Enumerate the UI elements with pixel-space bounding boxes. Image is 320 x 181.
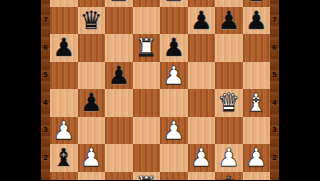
rank-label-2: 2	[41, 144, 50, 172]
square-c3[interactable]	[105, 117, 133, 145]
rank-label-7: 7	[41, 7, 50, 35]
piece-white-queen-g4[interactable]: ♛	[218, 89, 240, 117]
piece-white-pawn-f2[interactable]: ♟	[190, 144, 212, 172]
board-squares: ♜♜♚♛♟♟♟♟♜♟♟♟♟♛♝♟♟♝♟♟♟♟♜♚	[50, 0, 270, 180]
square-f3[interactable]	[188, 117, 216, 145]
square-d3[interactable]	[133, 117, 161, 145]
square-a4[interactable]	[50, 89, 78, 117]
piece-white-pawn-g2[interactable]: ♟	[218, 144, 240, 172]
square-b7[interactable]: ♛	[78, 7, 106, 35]
square-h7[interactable]: ♟	[243, 7, 271, 35]
square-a7[interactable]	[50, 7, 78, 35]
piece-white-pawn-a3[interactable]: ♟	[53, 117, 75, 145]
rank-label-6: 6	[41, 34, 50, 62]
square-d6[interactable]: ♜	[133, 34, 161, 62]
piece-white-king-g1[interactable]: ♚	[218, 172, 240, 181]
rank-label-7: 7	[270, 7, 279, 35]
square-g5[interactable]	[215, 62, 243, 90]
piece-black-pawn-h7[interactable]: ♟	[245, 7, 267, 35]
square-g2[interactable]: ♟	[215, 144, 243, 172]
square-c7[interactable]	[105, 7, 133, 35]
square-c1[interactable]	[105, 172, 133, 181]
square-h5[interactable]	[243, 62, 271, 90]
square-g6[interactable]	[215, 34, 243, 62]
square-e7[interactable]	[160, 7, 188, 35]
square-a2[interactable]: ♝	[50, 144, 78, 172]
piece-black-pawn-b4[interactable]: ♟	[80, 89, 102, 117]
square-c2[interactable]	[105, 144, 133, 172]
piece-white-rook-d6[interactable]: ♜	[135, 34, 157, 62]
square-d1[interactable]: ♜	[133, 172, 161, 181]
chess-board: 87654321 ♜♜♚♛♟♟♟♟♜♟♟♟♟♛♝♟♟♝♟♟♟♟♜♚ 876543…	[41, 0, 279, 180]
square-g3[interactable]	[215, 117, 243, 145]
square-a6[interactable]: ♟	[50, 34, 78, 62]
square-f5[interactable]	[188, 62, 216, 90]
square-b2[interactable]: ♟	[78, 144, 106, 172]
rank-label-5: 5	[41, 62, 50, 90]
square-f4[interactable]	[188, 89, 216, 117]
piece-black-pawn-f7[interactable]: ♟	[190, 7, 212, 35]
square-e2[interactable]	[160, 144, 188, 172]
square-f6[interactable]	[188, 34, 216, 62]
piece-black-pawn-e6[interactable]: ♟	[163, 34, 185, 62]
square-g1[interactable]: ♚	[215, 172, 243, 181]
piece-white-pawn-e5[interactable]: ♟	[163, 62, 185, 90]
square-f7[interactable]: ♟	[188, 7, 216, 35]
piece-black-queen-b7[interactable]: ♛	[80, 7, 102, 35]
piece-black-bishop-a2[interactable]: ♝	[53, 144, 75, 172]
square-h2[interactable]: ♟	[243, 144, 271, 172]
square-c6[interactable]	[105, 34, 133, 62]
square-b4[interactable]: ♟	[78, 89, 106, 117]
square-g7[interactable]: ♟	[215, 7, 243, 35]
square-e6[interactable]: ♟	[160, 34, 188, 62]
rank-label-3: 3	[41, 117, 50, 145]
square-a1[interactable]	[50, 172, 78, 181]
square-e3[interactable]: ♟	[160, 117, 188, 145]
square-c4[interactable]	[105, 89, 133, 117]
square-a5[interactable]	[50, 62, 78, 90]
square-b3[interactable]	[78, 117, 106, 145]
square-e1[interactable]	[160, 172, 188, 181]
board-frame-right: 87654321	[270, 0, 279, 180]
piece-white-rook-d1[interactable]: ♜	[135, 172, 157, 181]
square-h1[interactable]	[243, 172, 271, 181]
square-g4[interactable]: ♛	[215, 89, 243, 117]
square-h6[interactable]	[243, 34, 271, 62]
piece-black-pawn-a6[interactable]: ♟	[53, 34, 75, 62]
square-d4[interactable]	[133, 89, 161, 117]
square-h3[interactable]	[243, 117, 271, 145]
square-a3[interactable]: ♟	[50, 117, 78, 145]
square-d5[interactable]	[133, 62, 161, 90]
rank-label-1: 1	[41, 172, 50, 181]
piece-white-pawn-b2[interactable]: ♟	[80, 144, 102, 172]
rank-label-4: 4	[270, 89, 279, 117]
piece-black-pawn-c5[interactable]: ♟	[108, 62, 130, 90]
rank-label-4: 4	[41, 89, 50, 117]
rank-label-1: 1	[270, 172, 279, 181]
rank-label-3: 3	[270, 117, 279, 145]
square-h4[interactable]: ♝	[243, 89, 271, 117]
square-f1[interactable]	[188, 172, 216, 181]
square-b6[interactable]	[78, 34, 106, 62]
rank-label-6: 6	[270, 34, 279, 62]
square-f2[interactable]: ♟	[188, 144, 216, 172]
square-b1[interactable]	[78, 172, 106, 181]
square-e5[interactable]: ♟	[160, 62, 188, 90]
square-c5[interactable]: ♟	[105, 62, 133, 90]
board-frame-left: 87654321	[41, 0, 50, 180]
piece-white-pawn-h2[interactable]: ♟	[245, 144, 267, 172]
square-d7[interactable]	[133, 7, 161, 35]
piece-white-bishop-h4[interactable]: ♝	[245, 89, 267, 117]
rank-label-2: 2	[270, 144, 279, 172]
piece-black-pawn-g7[interactable]: ♟	[218, 7, 240, 35]
square-d2[interactable]	[133, 144, 161, 172]
rank-label-5: 5	[270, 62, 279, 90]
piece-white-pawn-e3[interactable]: ♟	[163, 117, 185, 145]
square-b5[interactable]	[78, 62, 106, 90]
square-e4[interactable]	[160, 89, 188, 117]
